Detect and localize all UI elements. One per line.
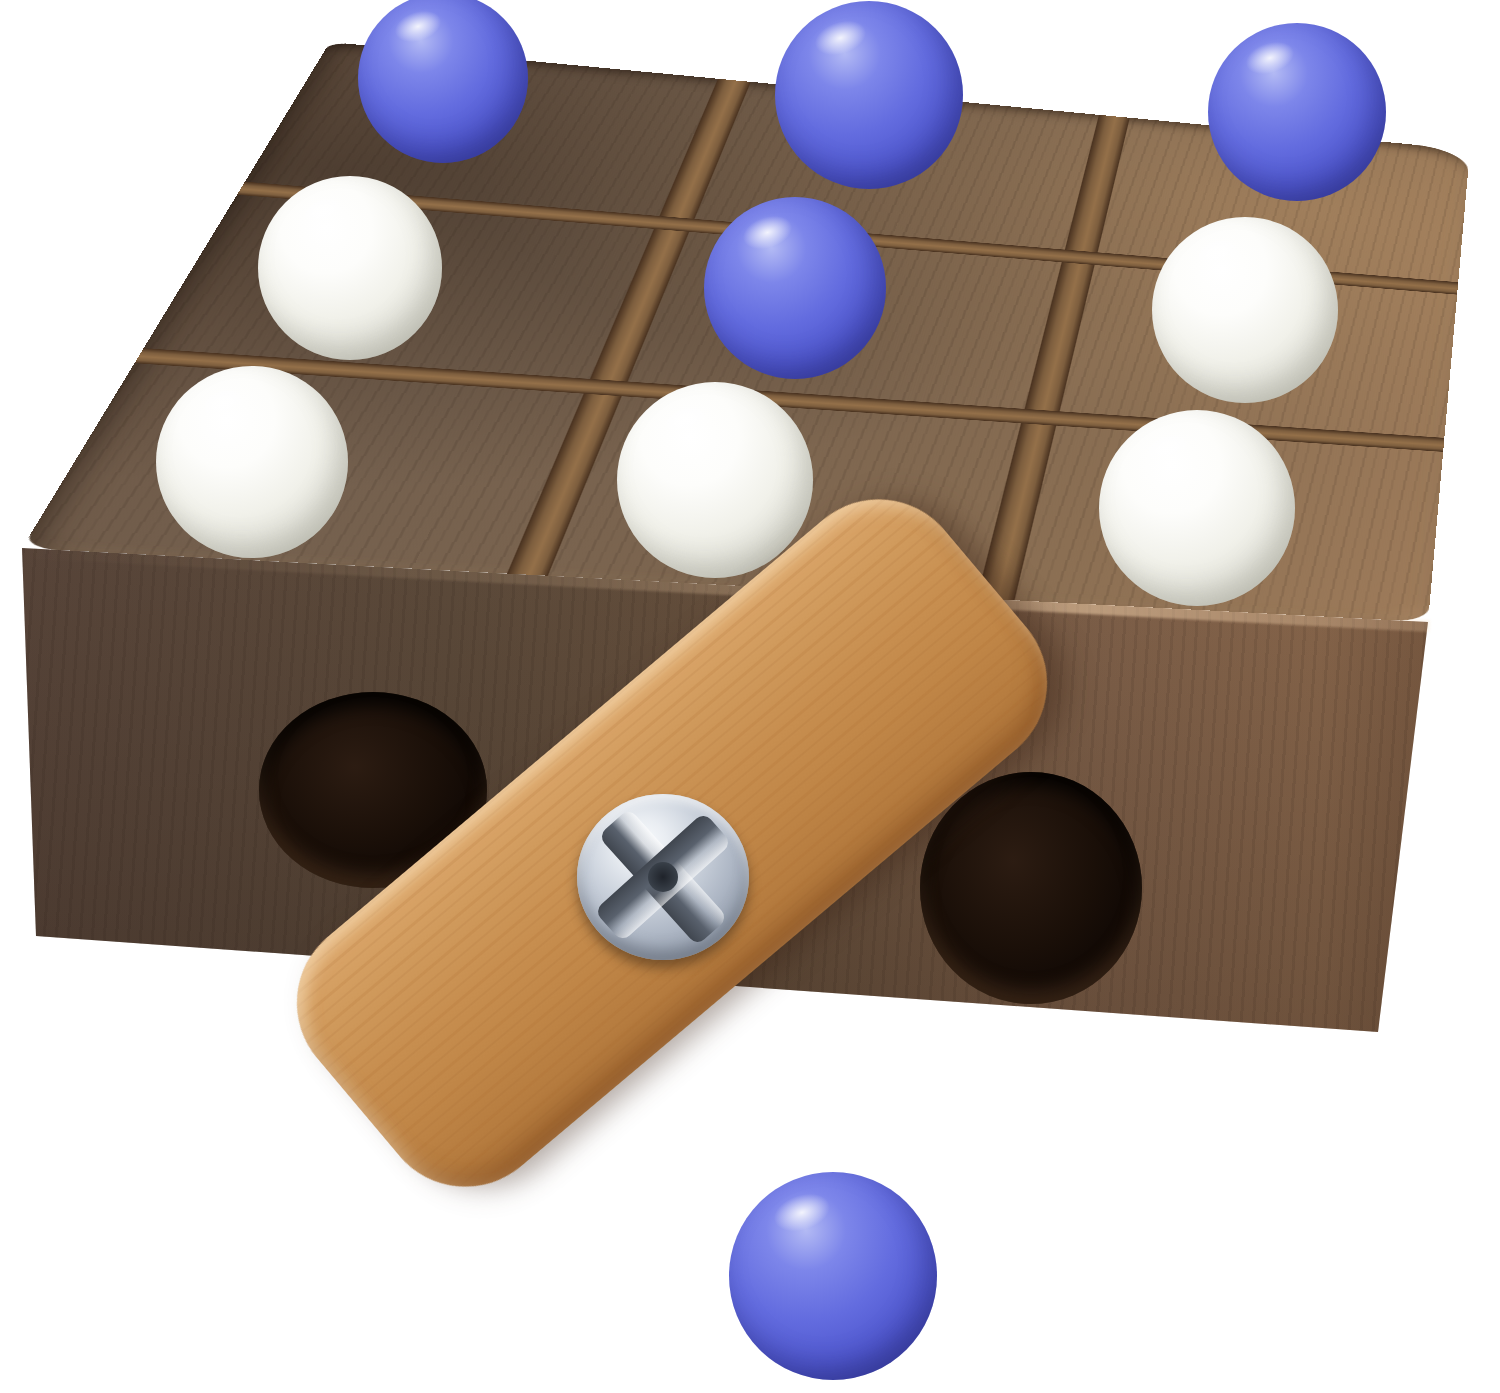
marble-r3c1-white[interactable] <box>156 366 348 558</box>
marble-r1c1-blue[interactable] <box>358 0 528 163</box>
marble-r2c3-white[interactable] <box>1152 217 1338 403</box>
marble-r3c3-white[interactable] <box>1099 410 1295 606</box>
marble-r1c3-blue[interactable] <box>1208 23 1386 201</box>
marble-r2c1-white[interactable] <box>258 176 442 360</box>
screw-center <box>648 862 678 892</box>
marble-r1c2-blue[interactable] <box>775 1 963 189</box>
marble-r3c2-white[interactable] <box>617 382 813 578</box>
scene <box>0 0 1500 1393</box>
screw-pivot <box>577 794 749 960</box>
marble-loose-blue[interactable] <box>729 1172 937 1380</box>
marble-r2c2-blue[interactable] <box>704 197 886 379</box>
